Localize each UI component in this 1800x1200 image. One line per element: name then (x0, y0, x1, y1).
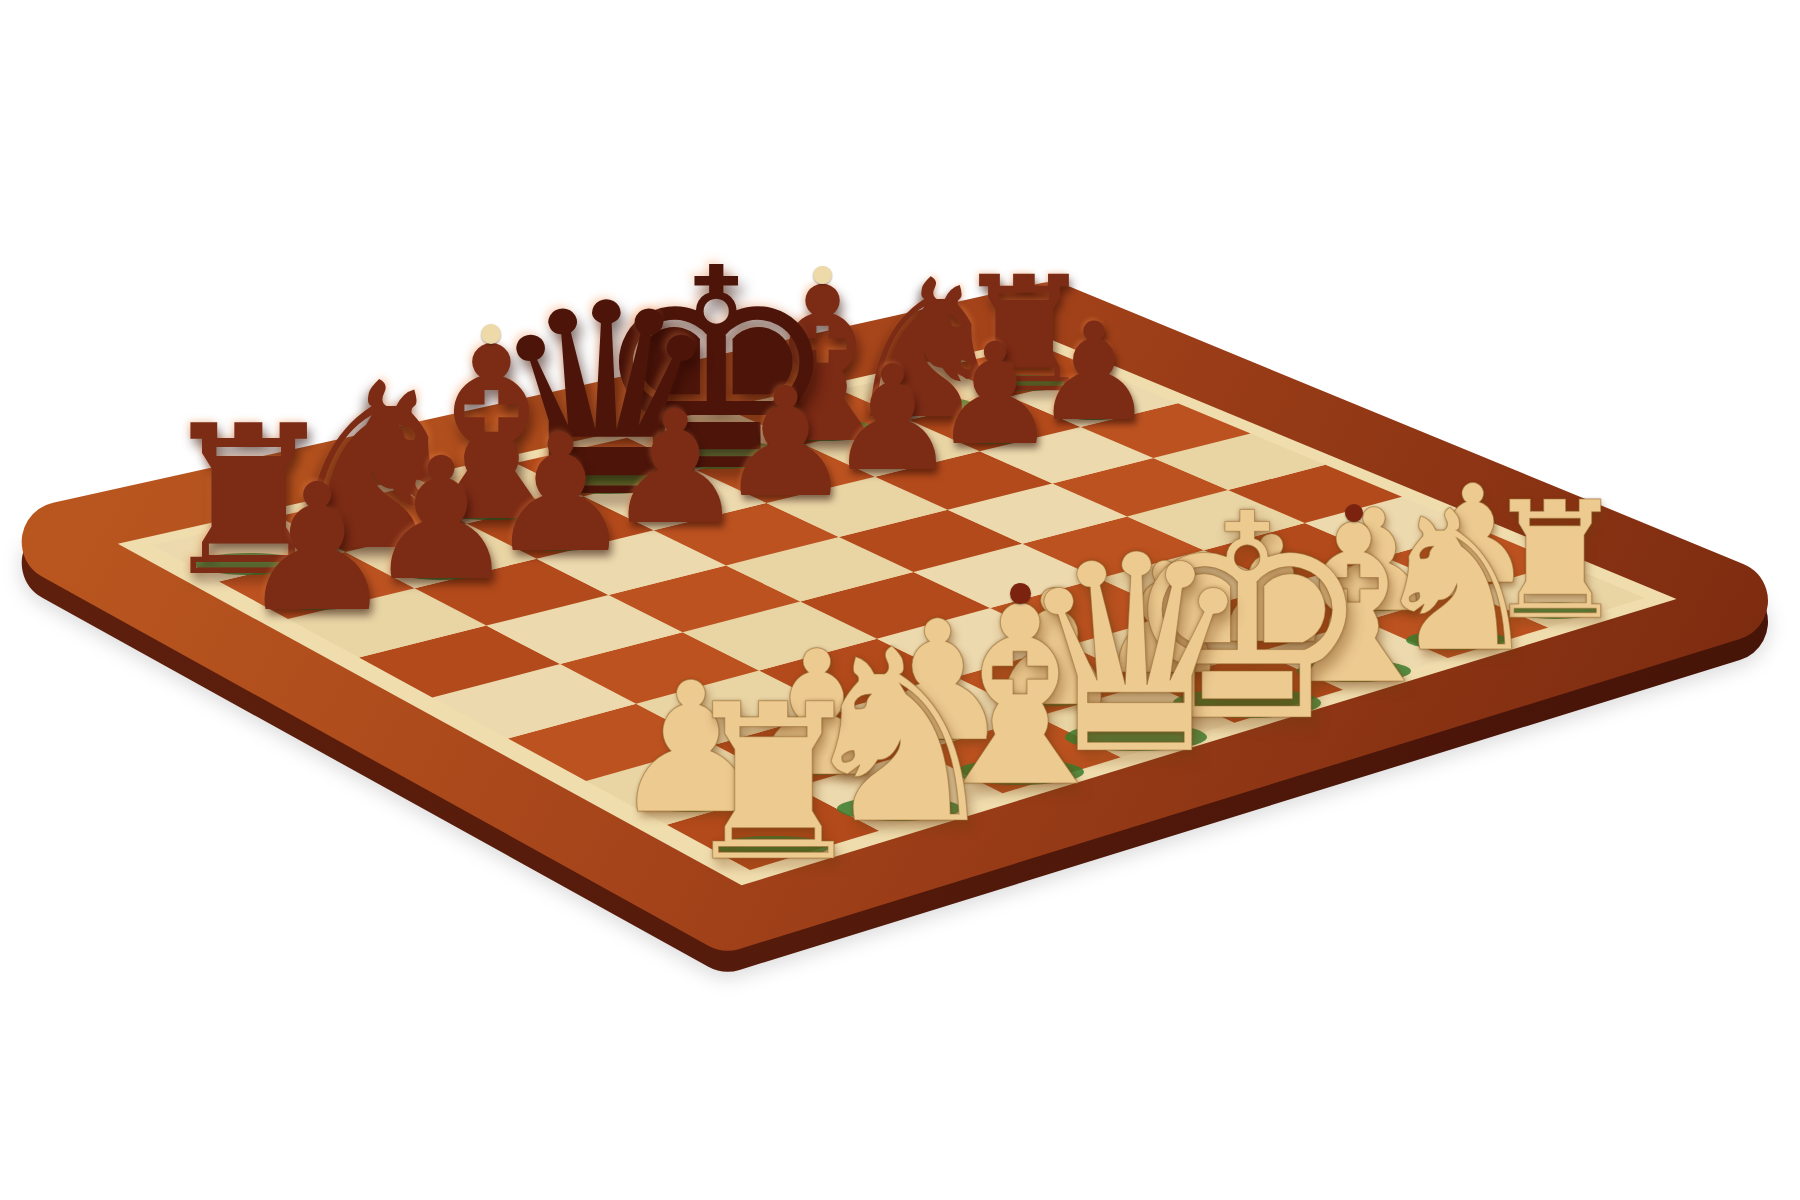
piece-black-pawn-a7[interactable]: ♟ (229, 461, 405, 637)
chess-set-product-photo: ♜♞♝♛♚♝♞♜♟♟♟♟♟♟♟♟♟♟♟♟♟♟♟♟♜♞♝♛♚♝♞♜ (0, 0, 1800, 1200)
piece-white-rook-a1[interactable]: ♜ (666, 676, 881, 891)
